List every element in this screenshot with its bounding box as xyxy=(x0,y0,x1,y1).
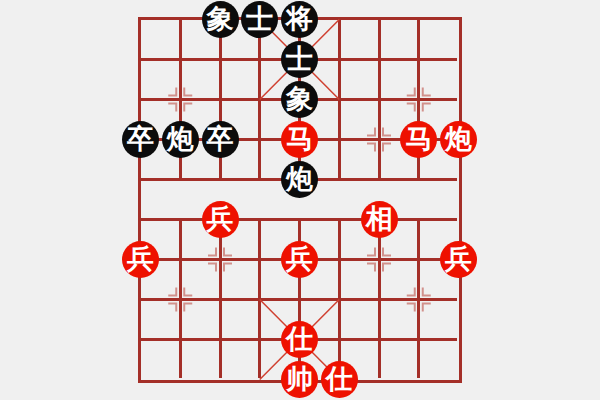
piece-red-general[interactable]: 帅 xyxy=(281,361,318,398)
position-marker xyxy=(168,288,192,312)
piece-red-cannon-1[interactable]: 炮 xyxy=(440,121,477,158)
position-marker xyxy=(208,248,232,272)
piece-black-advisor-1[interactable]: 士 xyxy=(241,1,278,38)
position-marker xyxy=(407,88,431,112)
position-marker xyxy=(168,88,192,112)
position-marker xyxy=(367,248,391,272)
xiangqi-board: 象士将士象卒炮卒马马炮炮兵相兵兵兵仕帅仕 xyxy=(138,17,462,383)
position-marker xyxy=(407,288,431,312)
piece-black-cannon-1[interactable]: 炮 xyxy=(162,121,199,158)
piece-black-elephant-2[interactable]: 象 xyxy=(281,81,318,118)
piece-red-horse-2[interactable]: 马 xyxy=(400,121,437,158)
piece-black-cannon-2[interactable]: 炮 xyxy=(281,161,318,198)
piece-red-advisor-2[interactable]: 仕 xyxy=(321,361,358,398)
piece-red-horse-1[interactable]: 马 xyxy=(281,121,318,158)
piece-black-soldier-2[interactable]: 卒 xyxy=(202,121,239,158)
piece-red-advisor-1[interactable]: 仕 xyxy=(281,321,318,358)
piece-red-elephant-1[interactable]: 相 xyxy=(361,201,398,238)
piece-red-soldier-2[interactable]: 兵 xyxy=(122,241,159,278)
piece-black-soldier-1[interactable]: 卒 xyxy=(122,121,159,158)
piece-red-soldier-4[interactable]: 兵 xyxy=(440,241,477,278)
position-marker xyxy=(367,128,391,152)
page-root: { "game": "xiangqi", "position": { "fen"… xyxy=(0,0,600,400)
piece-red-soldier-3[interactable]: 兵 xyxy=(281,241,318,278)
piece-black-elephant-1[interactable]: 象 xyxy=(202,1,239,38)
piece-black-advisor-2[interactable]: 士 xyxy=(281,41,318,78)
piece-red-soldier-1[interactable]: 兵 xyxy=(202,201,239,238)
piece-black-general[interactable]: 将 xyxy=(281,1,318,38)
